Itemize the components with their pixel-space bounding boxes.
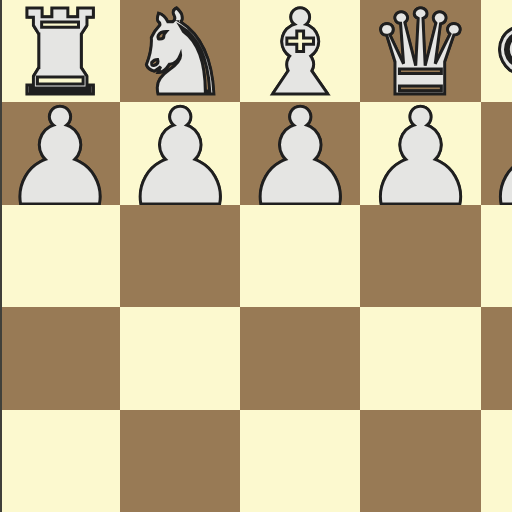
square-r5c1[interactable]: [0, 410, 120, 512]
square-r3c1[interactable]: [0, 205, 120, 307]
chess-board-region: ♜♞♝♛♚♟♟♟♟♟: [0, 0, 512, 512]
square-r4c4[interactable]: [360, 307, 480, 409]
square-r5c2[interactable]: [120, 410, 240, 512]
square-r2c5[interactable]: ♟: [481, 102, 512, 204]
square-r4c5[interactable]: [481, 307, 512, 409]
white-pawn[interactable]: ♟: [360, 107, 480, 209]
square-r5c3[interactable]: [240, 410, 360, 512]
square-r2c2[interactable]: ♟: [120, 102, 240, 204]
square-r4c2[interactable]: [120, 307, 240, 409]
white-pawn[interactable]: ♟: [481, 107, 512, 209]
white-pawn[interactable]: ♟: [120, 107, 240, 209]
square-r3c5[interactable]: [481, 205, 512, 307]
chess-board: ♜♞♝♛♚♟♟♟♟♟: [0, 0, 512, 512]
white-pawn[interactable]: ♟: [240, 107, 360, 209]
square-r3c2[interactable]: [120, 205, 240, 307]
square-r4c1[interactable]: [0, 307, 120, 409]
square-r2c4[interactable]: ♟: [360, 102, 480, 204]
square-r4c3[interactable]: [240, 307, 360, 409]
window-edge-bar: [0, 0, 2, 512]
square-r3c4[interactable]: [360, 205, 480, 307]
square-r2c1[interactable]: ♟: [0, 102, 120, 204]
square-r5c4[interactable]: [360, 410, 480, 512]
square-r5c5[interactable]: [481, 410, 512, 512]
square-r3c3[interactable]: [240, 205, 360, 307]
white-pawn[interactable]: ♟: [0, 107, 120, 209]
square-r2c3[interactable]: ♟: [240, 102, 360, 204]
